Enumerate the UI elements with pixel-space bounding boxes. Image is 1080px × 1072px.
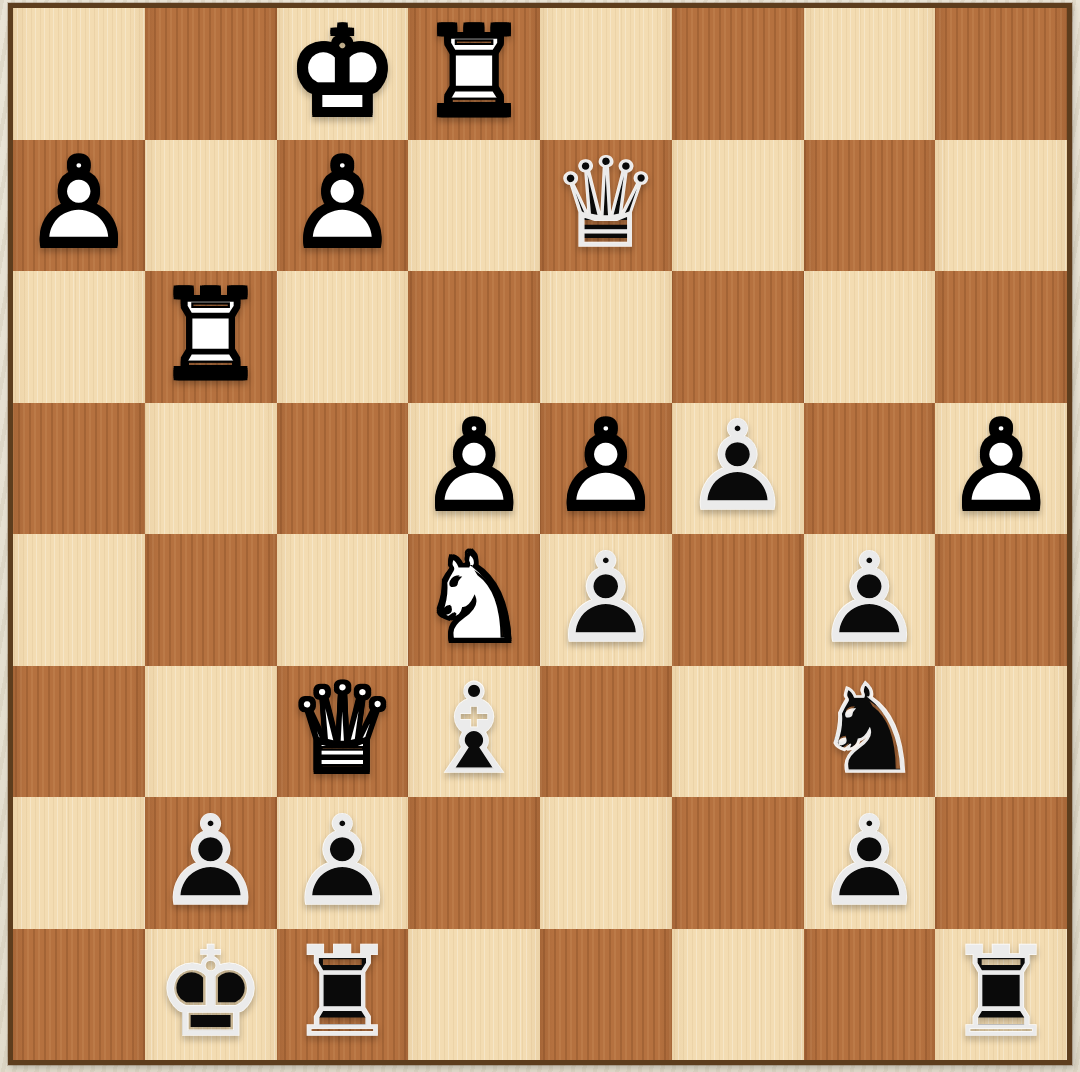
white-queen-outline: ♕	[280, 667, 404, 791]
square-d3[interactable]: ♝♗	[408, 666, 540, 798]
black-rook[interactable]: ♜♖	[280, 930, 404, 1054]
square-f6[interactable]	[672, 271, 804, 403]
black-pawn-outline: ♙︎	[280, 799, 404, 923]
black-pawn-outline: ♙︎	[807, 799, 931, 923]
square-a8[interactable]	[13, 8, 145, 140]
white-pawn-outline: ♙︎	[280, 141, 404, 265]
square-g2[interactable]: ♟︎♙︎	[804, 797, 936, 929]
white-rook[interactable]: ♜♖	[149, 273, 273, 397]
square-f5[interactable]: ♟︎♙︎	[672, 403, 804, 535]
square-c2[interactable]: ♟︎♙︎	[277, 797, 409, 929]
white-knight[interactable]: ♞♘	[412, 536, 536, 660]
square-c5[interactable]	[277, 403, 409, 535]
white-pawn[interactable]: ♟︎♙︎	[17, 141, 141, 265]
square-b6[interactable]: ♜♖	[145, 271, 277, 403]
square-d6[interactable]	[408, 271, 540, 403]
square-b4[interactable]	[145, 534, 277, 666]
square-d1[interactable]	[408, 929, 540, 1061]
white-pawn[interactable]: ♟︎♙︎	[939, 404, 1063, 528]
square-g6[interactable]	[804, 271, 936, 403]
black-queen[interactable]: ♛♕	[544, 141, 668, 265]
square-g7[interactable]	[804, 140, 936, 272]
square-b5[interactable]	[145, 403, 277, 535]
white-queen[interactable]: ♛♕	[280, 667, 404, 791]
square-f1[interactable]	[672, 929, 804, 1061]
black-pawn-outline: ♙︎	[676, 404, 800, 528]
square-a3[interactable]	[13, 666, 145, 798]
square-h5[interactable]: ♟︎♙︎	[935, 403, 1067, 535]
black-bishop[interactable]: ♝♗	[412, 667, 536, 791]
square-f2[interactable]	[672, 797, 804, 929]
black-pawn[interactable]: ♟︎♙︎	[149, 799, 273, 923]
white-pawn-outline: ♙︎	[939, 404, 1063, 528]
square-g3[interactable]: ♞♘	[804, 666, 936, 798]
white-pawn-outline: ♙︎	[17, 141, 141, 265]
square-e6[interactable]	[540, 271, 672, 403]
black-pawn[interactable]: ♟︎♙︎	[807, 536, 931, 660]
square-h2[interactable]	[935, 797, 1067, 929]
white-pawn[interactable]: ♟︎♙︎	[412, 404, 536, 528]
black-rook-outline: ♖	[939, 930, 1063, 1054]
white-pawn-outline: ♙︎	[412, 404, 536, 528]
square-e1[interactable]	[540, 929, 672, 1061]
black-rook[interactable]: ♜♖	[939, 930, 1063, 1054]
square-b7[interactable]	[145, 140, 277, 272]
black-pawn-outline: ♙︎	[544, 536, 668, 660]
square-h4[interactable]	[935, 534, 1067, 666]
square-h7[interactable]	[935, 140, 1067, 272]
square-c1[interactable]: ♜♖	[277, 929, 409, 1061]
white-knight-outline: ♘	[412, 536, 536, 660]
white-pawn[interactable]: ♟︎♙︎	[544, 404, 668, 528]
square-h6[interactable]	[935, 271, 1067, 403]
black-bishop-outline: ♗	[412, 667, 536, 791]
square-h1[interactable]: ♜♖	[935, 929, 1067, 1061]
square-b3[interactable]	[145, 666, 277, 798]
square-b1[interactable]: ♚♔	[145, 929, 277, 1061]
black-pawn[interactable]: ♟︎♙︎	[280, 799, 404, 923]
square-b2[interactable]: ♟︎♙︎	[145, 797, 277, 929]
white-rook-outline: ♖	[149, 273, 273, 397]
square-b8[interactable]	[145, 8, 277, 140]
square-f3[interactable]	[672, 666, 804, 798]
chess-board: ♚♔♜♖♟︎♙︎♟︎♙︎♛♕♜♖♟︎♙︎♟︎♙︎♟︎♙︎♟︎♙︎♞♘♟︎♙︎♟︎…	[8, 3, 1072, 1065]
black-pawn-outline: ♙︎	[807, 536, 931, 660]
square-c6[interactable]	[277, 271, 409, 403]
black-knight[interactable]: ♞♘	[807, 667, 931, 791]
square-d7[interactable]	[408, 140, 540, 272]
white-rook-outline: ♖	[412, 10, 536, 134]
square-c3[interactable]: ♛♕	[277, 666, 409, 798]
square-e4[interactable]: ♟︎♙︎	[540, 534, 672, 666]
square-f4[interactable]	[672, 534, 804, 666]
square-h3[interactable]	[935, 666, 1067, 798]
square-a4[interactable]	[13, 534, 145, 666]
white-king[interactable]: ♚♔	[280, 10, 404, 134]
white-king-outline: ♔	[280, 10, 404, 134]
square-c4[interactable]	[277, 534, 409, 666]
square-a5[interactable]	[13, 403, 145, 535]
square-g4[interactable]: ♟︎♙︎	[804, 534, 936, 666]
square-e8[interactable]	[540, 8, 672, 140]
square-d8[interactable]: ♜♖	[408, 8, 540, 140]
black-pawn-outline: ♙︎	[149, 799, 273, 923]
white-rook[interactable]: ♜♖	[412, 10, 536, 134]
black-pawn[interactable]: ♟︎♙︎	[676, 404, 800, 528]
square-d4[interactable]: ♞♘	[408, 534, 540, 666]
black-king-outline: ♔	[149, 930, 273, 1054]
black-pawn[interactable]: ♟︎♙︎	[807, 799, 931, 923]
square-g8[interactable]	[804, 8, 936, 140]
square-h8[interactable]	[935, 8, 1067, 140]
black-king[interactable]: ♚♔	[149, 930, 273, 1054]
square-c8[interactable]: ♚♔	[277, 8, 409, 140]
square-f7[interactable]	[672, 140, 804, 272]
black-pawn[interactable]: ♟︎♙︎	[544, 536, 668, 660]
square-a2[interactable]	[13, 797, 145, 929]
square-g5[interactable]	[804, 403, 936, 535]
square-c7[interactable]: ♟︎♙︎	[277, 140, 409, 272]
square-e3[interactable]	[540, 666, 672, 798]
black-rook-outline: ♖	[280, 930, 404, 1054]
square-a6[interactable]	[13, 271, 145, 403]
square-g1[interactable]	[804, 929, 936, 1061]
white-pawn-outline: ♙︎	[544, 404, 668, 528]
square-e5[interactable]: ♟︎♙︎	[540, 403, 672, 535]
square-f8[interactable]	[672, 8, 804, 140]
square-a7[interactable]: ♟︎♙︎	[13, 140, 145, 272]
square-d2[interactable]	[408, 797, 540, 929]
black-knight-outline: ♘	[807, 667, 931, 791]
square-e2[interactable]	[540, 797, 672, 929]
square-a1[interactable]	[13, 929, 145, 1061]
square-d5[interactable]: ♟︎♙︎	[408, 403, 540, 535]
square-e7[interactable]: ♛♕	[540, 140, 672, 272]
black-queen-outline: ♕	[544, 141, 668, 265]
white-pawn[interactable]: ♟︎♙︎	[280, 141, 404, 265]
